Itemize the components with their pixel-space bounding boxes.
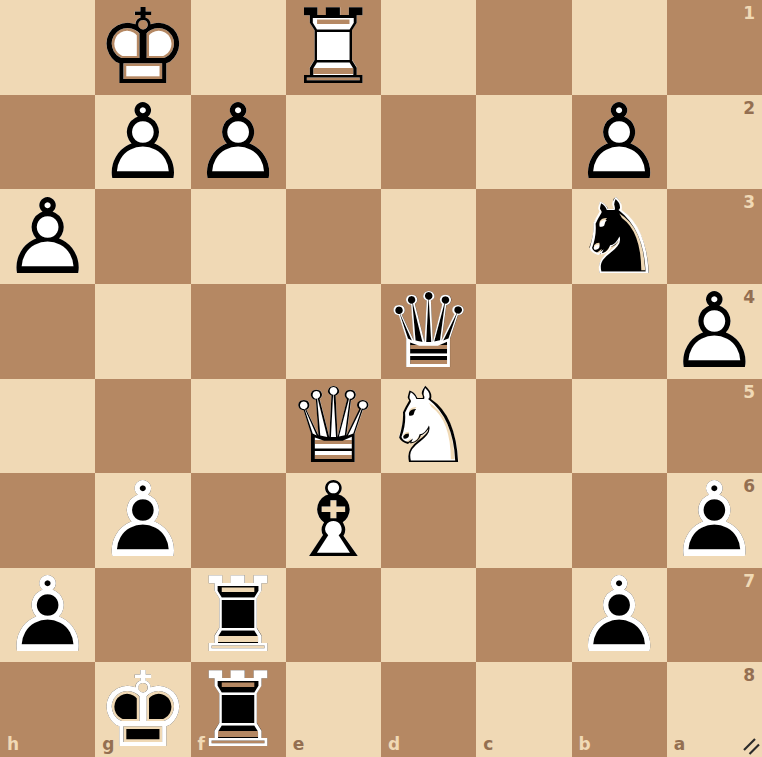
black-queen[interactable]: ♛♕ xyxy=(381,284,476,379)
square-a4[interactable]: 4♟♙ xyxy=(667,284,762,379)
square-d3[interactable] xyxy=(381,189,476,284)
rank-label-1: 1 xyxy=(743,5,755,22)
white-queen-outline: ♕ xyxy=(286,379,381,474)
white-pawn-outline: ♙ xyxy=(191,95,286,190)
black-knight[interactable]: ♞♘ xyxy=(572,189,667,284)
square-f4[interactable] xyxy=(191,284,286,379)
square-b2[interactable]: ♟♙ xyxy=(572,95,667,190)
white-pawn-fill: ♟ xyxy=(191,95,286,190)
black-rook-fill: ♜ xyxy=(191,568,286,663)
square-f5[interactable] xyxy=(191,379,286,474)
black-queen-outline: ♕ xyxy=(381,284,476,379)
white-pawn-outline: ♙ xyxy=(95,95,190,190)
square-d6[interactable] xyxy=(381,473,476,568)
square-d8[interactable]: d xyxy=(381,662,476,757)
black-pawn[interactable]: ♟♙ xyxy=(0,568,95,663)
square-a7[interactable]: 7 xyxy=(667,568,762,663)
black-pawn[interactable]: ♟♙ xyxy=(667,473,762,568)
white-pawn-fill: ♟ xyxy=(0,189,95,284)
white-pawn-outline: ♙ xyxy=(667,284,762,379)
square-d7[interactable] xyxy=(381,568,476,663)
black-knight-fill: ♞ xyxy=(572,189,667,284)
black-king-outline: ♔ xyxy=(95,662,190,757)
square-e7[interactable] xyxy=(286,568,381,663)
square-f6[interactable] xyxy=(191,473,286,568)
square-g6[interactable]: ♟♙ xyxy=(95,473,190,568)
square-c1[interactable] xyxy=(476,0,571,95)
black-pawn-fill: ♟ xyxy=(667,473,762,568)
black-rook-fill: ♜ xyxy=(191,662,286,757)
square-d5[interactable]: ♞♘ xyxy=(381,379,476,474)
white-pawn[interactable]: ♟♙ xyxy=(95,95,190,190)
rank-label-8: 8 xyxy=(743,667,755,684)
square-e1[interactable]: ♜♖ xyxy=(286,0,381,95)
black-pawn-outline: ♙ xyxy=(572,568,667,663)
white-knight-outline: ♘ xyxy=(381,379,476,474)
black-pawn[interactable]: ♟♙ xyxy=(95,473,190,568)
square-g8[interactable]: g♚♔ xyxy=(95,662,190,757)
black-pawn-outline: ♙ xyxy=(0,568,95,663)
black-pawn-outline: ♙ xyxy=(95,473,190,568)
file-label-h: h xyxy=(7,736,19,753)
white-pawn-fill: ♟ xyxy=(667,284,762,379)
square-g7[interactable] xyxy=(95,568,190,663)
black-king[interactable]: ♚♔ xyxy=(95,662,190,757)
white-bishop[interactable]: ♝♗ xyxy=(286,473,381,568)
square-f7[interactable]: ♜♖ xyxy=(191,568,286,663)
white-knight-fill: ♞ xyxy=(381,379,476,474)
black-pawn-fill: ♟ xyxy=(0,568,95,663)
square-c4[interactable] xyxy=(476,284,571,379)
chess-board: ♚♔♜♖1♟♙♟♙♟♙2♟♙♞♘3♛♕4♟♙♛♕♞♘5♟♙♝♗6♟♙♟♙♜♖♟♙… xyxy=(0,0,762,757)
square-a6[interactable]: 6♟♙ xyxy=(667,473,762,568)
black-rook-outline: ♖ xyxy=(191,662,286,757)
white-pawn-outline: ♙ xyxy=(572,95,667,190)
white-pawn[interactable]: ♟♙ xyxy=(572,95,667,190)
file-label-d: d xyxy=(388,736,400,753)
white-king-outline: ♔ xyxy=(95,0,190,95)
white-pawn-outline: ♙ xyxy=(0,189,95,284)
white-pawn-fill: ♟ xyxy=(572,95,667,190)
square-f3[interactable] xyxy=(191,189,286,284)
square-f1[interactable] xyxy=(191,0,286,95)
square-c6[interactable] xyxy=(476,473,571,568)
white-queen[interactable]: ♛♕ xyxy=(286,379,381,474)
square-d4[interactable]: ♛♕ xyxy=(381,284,476,379)
square-f2[interactable]: ♟♙ xyxy=(191,95,286,190)
square-a5[interactable]: 5 xyxy=(667,379,762,474)
square-b7[interactable]: ♟♙ xyxy=(572,568,667,663)
black-rook[interactable]: ♜♖ xyxy=(191,568,286,663)
rank-label-3: 3 xyxy=(743,194,755,211)
square-d1[interactable] xyxy=(381,0,476,95)
square-h6[interactable] xyxy=(0,473,95,568)
black-pawn-outline: ♙ xyxy=(667,473,762,568)
square-a3[interactable]: 3 xyxy=(667,189,762,284)
black-pawn-fill: ♟ xyxy=(95,473,190,568)
square-h3[interactable]: ♟♙ xyxy=(0,189,95,284)
square-g3[interactable] xyxy=(95,189,190,284)
black-rook[interactable]: ♜♖ xyxy=(191,662,286,757)
square-d2[interactable] xyxy=(381,95,476,190)
square-b6[interactable] xyxy=(572,473,667,568)
black-queen-fill: ♛ xyxy=(381,284,476,379)
square-a2[interactable]: 2 xyxy=(667,95,762,190)
white-pawn[interactable]: ♟♙ xyxy=(0,189,95,284)
square-a1[interactable]: 1 xyxy=(667,0,762,95)
white-king[interactable]: ♚♔ xyxy=(95,0,190,95)
white-rook-fill: ♜ xyxy=(286,0,381,95)
square-e4[interactable] xyxy=(286,284,381,379)
black-knight-outline: ♘ xyxy=(572,189,667,284)
square-h5[interactable] xyxy=(0,379,95,474)
square-c7[interactable] xyxy=(476,568,571,663)
square-f8[interactable]: f♜♖ xyxy=(191,662,286,757)
file-label-e: e xyxy=(293,736,305,753)
square-b3[interactable]: ♞♘ xyxy=(572,189,667,284)
white-bishop-outline: ♗ xyxy=(286,473,381,568)
square-e8[interactable]: e xyxy=(286,662,381,757)
square-b8[interactable]: b xyxy=(572,662,667,757)
black-pawn[interactable]: ♟♙ xyxy=(572,568,667,663)
square-c2[interactable] xyxy=(476,95,571,190)
square-e5[interactable]: ♛♕ xyxy=(286,379,381,474)
white-queen-fill: ♛ xyxy=(286,379,381,474)
square-h2[interactable] xyxy=(0,95,95,190)
square-g2[interactable]: ♟♙ xyxy=(95,95,190,190)
square-h7[interactable]: ♟♙ xyxy=(0,568,95,663)
square-e6[interactable]: ♝♗ xyxy=(286,473,381,568)
white-pawn-fill: ♟ xyxy=(95,95,190,190)
white-bishop-fill: ♝ xyxy=(286,473,381,568)
square-g5[interactable] xyxy=(95,379,190,474)
square-g1[interactable]: ♚♔ xyxy=(95,0,190,95)
square-g4[interactable] xyxy=(95,284,190,379)
square-e2[interactable] xyxy=(286,95,381,190)
square-c3[interactable] xyxy=(476,189,571,284)
board-resize-handle-icon[interactable] xyxy=(742,737,760,755)
white-rook-outline: ♖ xyxy=(286,0,381,95)
white-rook[interactable]: ♜♖ xyxy=(286,0,381,95)
square-e3[interactable] xyxy=(286,189,381,284)
rank-label-5: 5 xyxy=(743,384,755,401)
rank-label-2: 2 xyxy=(743,100,755,117)
black-rook-outline: ♖ xyxy=(191,568,286,663)
white-pawn[interactable]: ♟♙ xyxy=(191,95,286,190)
square-b4[interactable] xyxy=(572,284,667,379)
white-pawn[interactable]: ♟♙ xyxy=(667,284,762,379)
square-b5[interactable] xyxy=(572,379,667,474)
black-pawn-fill: ♟ xyxy=(572,568,667,663)
file-label-b: b xyxy=(579,736,591,753)
file-label-a: a xyxy=(674,736,685,753)
square-c8[interactable]: c xyxy=(476,662,571,757)
square-b1[interactable] xyxy=(572,0,667,95)
file-label-c: c xyxy=(483,736,493,753)
black-king-fill: ♚ xyxy=(95,662,190,757)
square-c5[interactable] xyxy=(476,379,571,474)
square-h1[interactable] xyxy=(0,0,95,95)
white-king-fill: ♚ xyxy=(95,0,190,95)
square-h4[interactable] xyxy=(0,284,95,379)
square-h8[interactable]: h xyxy=(0,662,95,757)
white-knight[interactable]: ♞♘ xyxy=(381,379,476,474)
rank-label-7: 7 xyxy=(743,573,755,590)
